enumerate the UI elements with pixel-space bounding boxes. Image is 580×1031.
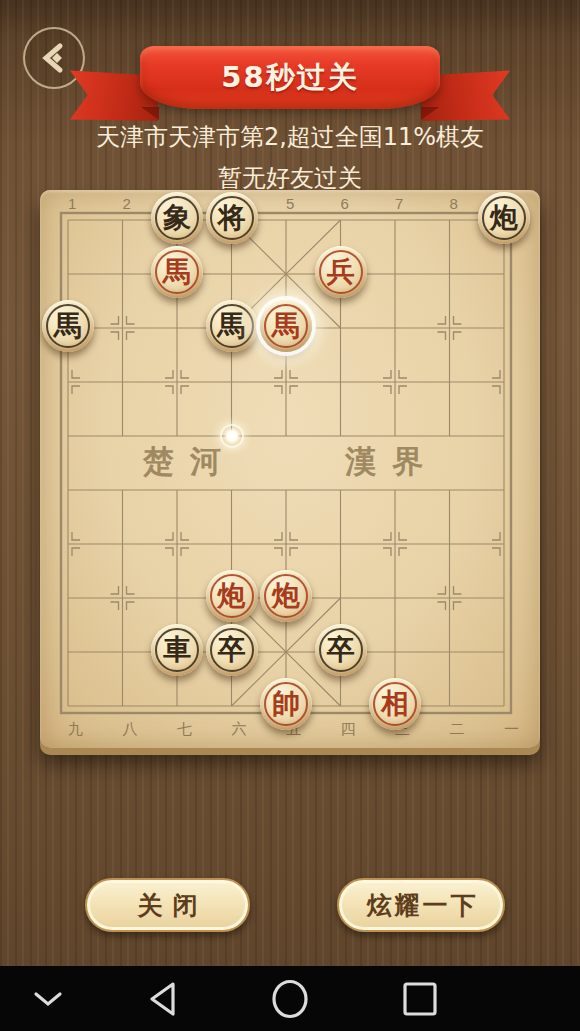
piece-red-horse[interactable]: 馬 <box>260 300 312 352</box>
piece-black-soldier[interactable]: 卒 <box>315 624 367 676</box>
piece-black-elephant[interactable]: 象 <box>151 192 203 244</box>
piece-character: 馬 <box>272 312 300 340</box>
recents-square-icon <box>402 981 438 1017</box>
android-nav-bar <box>0 966 580 1031</box>
close-button-label: 关闭 <box>138 889 208 922</box>
piece-red-soldier[interactable]: 兵 <box>315 246 367 298</box>
board-grid <box>40 190 540 748</box>
piece-character: 馬 <box>163 258 191 286</box>
banner-title: 58秒过关 <box>221 58 358 98</box>
piece-black-cannon[interactable]: 炮 <box>478 192 530 244</box>
piece-red-general[interactable]: 帥 <box>260 678 312 730</box>
ribbon-band: 58秒过关 <box>140 46 440 109</box>
piece-black-chariot[interactable]: 車 <box>151 624 203 676</box>
piece-red-horse[interactable]: 馬 <box>151 246 203 298</box>
brag-button[interactable]: 炫耀一下 <box>337 878 505 932</box>
close-button[interactable]: 关闭 <box>85 878 250 932</box>
piece-character: 炮 <box>218 582 246 610</box>
brag-button-label: 炫耀一下 <box>367 889 479 922</box>
piece-character: 馬 <box>54 312 82 340</box>
piece-red-elephant[interactable]: 相 <box>369 678 421 730</box>
chevron-down-icon <box>33 991 63 1007</box>
back-triangle-icon <box>148 981 176 1017</box>
nav-recents-button[interactable] <box>398 966 442 1031</box>
app-screen: 58秒过关 天津市天津市第2,超过全国11%棋友 暂无好友过关 楚河 漢界 12… <box>0 0 580 1031</box>
piece-character: 象 <box>163 204 191 232</box>
piece-character: 兵 <box>327 258 355 286</box>
piece-red-cannon[interactable]: 炮 <box>260 570 312 622</box>
home-circle-icon <box>270 979 310 1019</box>
piece-character: 帥 <box>272 690 300 718</box>
last-move-origin-marker <box>222 426 242 446</box>
piece-character: 将 <box>218 204 246 232</box>
piece-character: 卒 <box>327 636 355 664</box>
piece-black-general[interactable]: 将 <box>206 192 258 244</box>
river-label-left: 楚河 <box>143 441 237 483</box>
piece-black-horse[interactable]: 馬 <box>206 300 258 352</box>
piece-character: 炮 <box>490 204 518 232</box>
piece-character: 相 <box>381 690 409 718</box>
xiangqi-board[interactable]: 楚河 漢界 123456789九八七六五四三二一象将炮馬兵馬馬馬炮炮車卒卒帥相 <box>40 190 540 748</box>
piece-red-cannon[interactable]: 炮 <box>206 570 258 622</box>
piece-character: 卒 <box>218 636 246 664</box>
piece-character: 車 <box>163 636 191 664</box>
rank-line-1: 天津市天津市第2,超过全国11%棋友 <box>0 121 580 153</box>
nav-back-button[interactable] <box>140 966 184 1031</box>
piece-character: 馬 <box>218 312 246 340</box>
nav-collapse-button[interactable] <box>28 966 68 1031</box>
piece-character: 炮 <box>272 582 300 610</box>
back-arrow-icon <box>37 41 71 75</box>
river-label-right: 漢界 <box>345 441 439 483</box>
nav-home-button[interactable] <box>268 966 312 1031</box>
piece-black-horse[interactable]: 馬 <box>42 300 94 352</box>
result-ribbon: 58秒过关 <box>70 45 510 123</box>
piece-black-soldier[interactable]: 卒 <box>206 624 258 676</box>
rank-text-block: 天津市天津市第2,超过全国11%棋友 暂无好友过关 <box>0 121 580 194</box>
